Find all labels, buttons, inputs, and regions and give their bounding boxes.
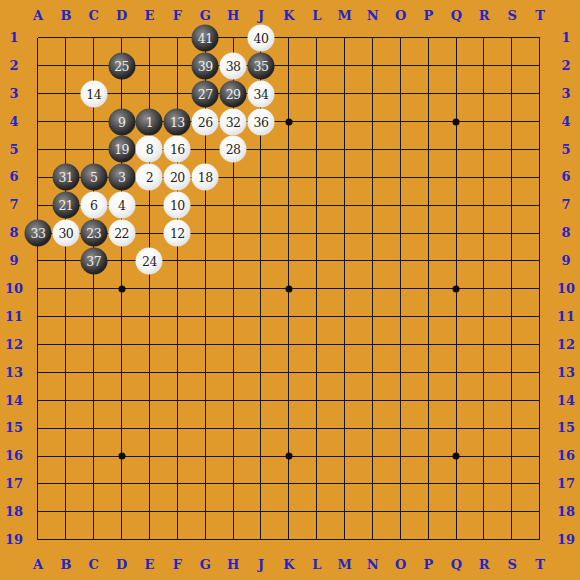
intersection-E10[interactable] bbox=[136, 275, 164, 303]
intersection-N16[interactable] bbox=[359, 442, 387, 470]
intersection-R1[interactable] bbox=[470, 24, 498, 52]
intersection-J7[interactable] bbox=[247, 191, 275, 219]
intersection-K5[interactable] bbox=[275, 136, 303, 164]
intersection-T6[interactable] bbox=[526, 163, 554, 191]
intersection-O13[interactable] bbox=[386, 359, 414, 387]
intersection-F12[interactable] bbox=[163, 331, 191, 359]
intersection-O11[interactable] bbox=[386, 303, 414, 331]
intersection-D17[interactable] bbox=[108, 470, 136, 498]
intersection-K9[interactable] bbox=[275, 247, 303, 275]
intersection-Q1[interactable] bbox=[442, 24, 470, 52]
intersection-H16[interactable] bbox=[219, 442, 247, 470]
intersection-B13[interactable] bbox=[52, 359, 80, 387]
intersection-O15[interactable] bbox=[386, 414, 414, 442]
intersection-A15[interactable] bbox=[24, 414, 52, 442]
intersection-Q9[interactable] bbox=[442, 247, 470, 275]
intersection-A3[interactable] bbox=[24, 80, 52, 108]
intersection-D18[interactable] bbox=[108, 498, 136, 526]
intersection-N9[interactable] bbox=[359, 247, 387, 275]
intersection-K14[interactable] bbox=[275, 386, 303, 414]
intersection-M12[interactable] bbox=[331, 331, 359, 359]
intersection-F1[interactable] bbox=[163, 24, 191, 52]
intersection-R11[interactable] bbox=[470, 303, 498, 331]
intersection-P16[interactable] bbox=[414, 442, 442, 470]
intersection-E3[interactable] bbox=[136, 80, 164, 108]
intersection-F18[interactable] bbox=[163, 498, 191, 526]
intersection-B10[interactable] bbox=[52, 275, 80, 303]
intersection-H8[interactable] bbox=[219, 219, 247, 247]
intersection-C4[interactable] bbox=[80, 108, 108, 136]
intersection-K13[interactable] bbox=[275, 359, 303, 387]
intersection-A13[interactable] bbox=[24, 359, 52, 387]
intersection-J1[interactable]: 40 bbox=[247, 24, 275, 52]
intersection-G17[interactable] bbox=[191, 470, 219, 498]
intersection-C7[interactable]: 6 bbox=[80, 191, 108, 219]
intersection-S6[interactable] bbox=[498, 163, 526, 191]
intersection-Q15[interactable] bbox=[442, 414, 470, 442]
intersection-G4[interactable]: 26 bbox=[191, 108, 219, 136]
intersection-Q8[interactable] bbox=[442, 219, 470, 247]
intersection-Q12[interactable] bbox=[442, 331, 470, 359]
intersection-P12[interactable] bbox=[414, 331, 442, 359]
intersection-L10[interactable] bbox=[303, 275, 331, 303]
intersection-C19[interactable] bbox=[80, 526, 108, 554]
intersection-K16[interactable] bbox=[275, 442, 303, 470]
intersection-O2[interactable] bbox=[386, 52, 414, 80]
intersection-T10[interactable] bbox=[526, 275, 554, 303]
intersection-L12[interactable] bbox=[303, 331, 331, 359]
intersection-N13[interactable] bbox=[359, 359, 387, 387]
intersection-F11[interactable] bbox=[163, 303, 191, 331]
intersection-M4[interactable] bbox=[331, 108, 359, 136]
intersection-P6[interactable] bbox=[414, 163, 442, 191]
intersection-E15[interactable] bbox=[136, 414, 164, 442]
intersection-K11[interactable] bbox=[275, 303, 303, 331]
intersection-S18[interactable] bbox=[498, 498, 526, 526]
intersection-E5[interactable]: 8 bbox=[136, 136, 164, 164]
intersection-F19[interactable] bbox=[163, 526, 191, 554]
intersection-Q4[interactable] bbox=[442, 108, 470, 136]
intersection-F5[interactable]: 16 bbox=[163, 136, 191, 164]
intersection-N5[interactable] bbox=[359, 136, 387, 164]
intersection-H17[interactable] bbox=[219, 470, 247, 498]
intersection-N8[interactable] bbox=[359, 219, 387, 247]
intersection-C8[interactable]: 23 bbox=[80, 219, 108, 247]
intersection-M3[interactable] bbox=[331, 80, 359, 108]
intersection-K7[interactable] bbox=[275, 191, 303, 219]
intersection-G14[interactable] bbox=[191, 386, 219, 414]
intersection-G7[interactable] bbox=[191, 191, 219, 219]
intersection-E8[interactable] bbox=[136, 219, 164, 247]
intersection-N1[interactable] bbox=[359, 24, 387, 52]
intersection-R18[interactable] bbox=[470, 498, 498, 526]
intersection-N18[interactable] bbox=[359, 498, 387, 526]
intersection-M10[interactable] bbox=[331, 275, 359, 303]
intersection-G19[interactable] bbox=[191, 526, 219, 554]
intersection-S4[interactable] bbox=[498, 108, 526, 136]
intersection-D15[interactable] bbox=[108, 414, 136, 442]
intersection-H13[interactable] bbox=[219, 359, 247, 387]
intersection-R9[interactable] bbox=[470, 247, 498, 275]
intersection-G10[interactable] bbox=[191, 275, 219, 303]
intersection-E18[interactable] bbox=[136, 498, 164, 526]
intersection-J11[interactable] bbox=[247, 303, 275, 331]
intersection-O7[interactable] bbox=[386, 191, 414, 219]
intersection-O1[interactable] bbox=[386, 24, 414, 52]
intersection-E9[interactable]: 24 bbox=[136, 247, 164, 275]
intersection-O10[interactable] bbox=[386, 275, 414, 303]
intersection-P11[interactable] bbox=[414, 303, 442, 331]
intersection-T16[interactable] bbox=[526, 442, 554, 470]
intersection-S14[interactable] bbox=[498, 386, 526, 414]
intersection-S16[interactable] bbox=[498, 442, 526, 470]
intersection-J16[interactable] bbox=[247, 442, 275, 470]
intersection-C5[interactable] bbox=[80, 136, 108, 164]
intersection-F16[interactable] bbox=[163, 442, 191, 470]
intersection-Q16[interactable] bbox=[442, 442, 470, 470]
intersection-K18[interactable] bbox=[275, 498, 303, 526]
intersection-R12[interactable] bbox=[470, 331, 498, 359]
intersection-J2[interactable]: 35 bbox=[247, 52, 275, 80]
intersection-H5[interactable]: 28 bbox=[219, 136, 247, 164]
intersection-F15[interactable] bbox=[163, 414, 191, 442]
intersection-L5[interactable] bbox=[303, 136, 331, 164]
intersection-J14[interactable] bbox=[247, 386, 275, 414]
intersection-C14[interactable] bbox=[80, 386, 108, 414]
intersection-O4[interactable] bbox=[386, 108, 414, 136]
intersection-D2[interactable]: 25 bbox=[108, 52, 136, 80]
intersection-C15[interactable] bbox=[80, 414, 108, 442]
intersection-B1[interactable] bbox=[52, 24, 80, 52]
intersection-F10[interactable] bbox=[163, 275, 191, 303]
intersection-L13[interactable] bbox=[303, 359, 331, 387]
intersection-H6[interactable] bbox=[219, 163, 247, 191]
intersection-G15[interactable] bbox=[191, 414, 219, 442]
intersection-K15[interactable] bbox=[275, 414, 303, 442]
intersection-H19[interactable] bbox=[219, 526, 247, 554]
intersection-K17[interactable] bbox=[275, 470, 303, 498]
intersection-S7[interactable] bbox=[498, 191, 526, 219]
intersection-N17[interactable] bbox=[359, 470, 387, 498]
intersection-D6[interactable]: 3 bbox=[108, 163, 136, 191]
intersection-T13[interactable] bbox=[526, 359, 554, 387]
intersection-P15[interactable] bbox=[414, 414, 442, 442]
intersection-A6[interactable] bbox=[24, 163, 52, 191]
intersection-E6[interactable]: 2 bbox=[136, 163, 164, 191]
intersection-B18[interactable] bbox=[52, 498, 80, 526]
intersection-Q13[interactable] bbox=[442, 359, 470, 387]
intersection-P13[interactable] bbox=[414, 359, 442, 387]
intersection-H4[interactable]: 32 bbox=[219, 108, 247, 136]
intersection-S1[interactable] bbox=[498, 24, 526, 52]
intersection-J9[interactable] bbox=[247, 247, 275, 275]
intersection-H10[interactable] bbox=[219, 275, 247, 303]
intersection-S3[interactable] bbox=[498, 80, 526, 108]
intersection-L17[interactable] bbox=[303, 470, 331, 498]
intersection-P19[interactable] bbox=[414, 526, 442, 554]
intersection-E17[interactable] bbox=[136, 470, 164, 498]
intersection-A14[interactable] bbox=[24, 386, 52, 414]
intersection-R5[interactable] bbox=[470, 136, 498, 164]
intersection-Q2[interactable] bbox=[442, 52, 470, 80]
intersection-E19[interactable] bbox=[136, 526, 164, 554]
intersection-R16[interactable] bbox=[470, 442, 498, 470]
intersection-G12[interactable] bbox=[191, 331, 219, 359]
intersection-E14[interactable] bbox=[136, 386, 164, 414]
intersection-C13[interactable] bbox=[80, 359, 108, 387]
intersection-B5[interactable] bbox=[52, 136, 80, 164]
intersection-D9[interactable] bbox=[108, 247, 136, 275]
intersection-L16[interactable] bbox=[303, 442, 331, 470]
intersection-P18[interactable] bbox=[414, 498, 442, 526]
intersection-P17[interactable] bbox=[414, 470, 442, 498]
intersection-T1[interactable] bbox=[526, 24, 554, 52]
intersection-F8[interactable]: 12 bbox=[163, 219, 191, 247]
intersection-Q11[interactable] bbox=[442, 303, 470, 331]
intersection-A18[interactable] bbox=[24, 498, 52, 526]
intersection-T15[interactable] bbox=[526, 414, 554, 442]
intersection-M13[interactable] bbox=[331, 359, 359, 387]
intersection-F9[interactable] bbox=[163, 247, 191, 275]
intersection-D19[interactable] bbox=[108, 526, 136, 554]
intersection-K3[interactable] bbox=[275, 80, 303, 108]
intersection-N15[interactable] bbox=[359, 414, 387, 442]
intersection-S17[interactable] bbox=[498, 470, 526, 498]
intersection-K2[interactable] bbox=[275, 52, 303, 80]
intersection-D1[interactable] bbox=[108, 24, 136, 52]
intersection-N12[interactable] bbox=[359, 331, 387, 359]
intersection-J13[interactable] bbox=[247, 359, 275, 387]
intersection-R7[interactable] bbox=[470, 191, 498, 219]
intersection-P4[interactable] bbox=[414, 108, 442, 136]
intersection-D11[interactable] bbox=[108, 303, 136, 331]
intersection-S13[interactable] bbox=[498, 359, 526, 387]
intersection-B19[interactable] bbox=[52, 526, 80, 554]
intersection-H9[interactable] bbox=[219, 247, 247, 275]
intersection-G11[interactable] bbox=[191, 303, 219, 331]
intersection-J15[interactable] bbox=[247, 414, 275, 442]
intersection-T7[interactable] bbox=[526, 191, 554, 219]
intersection-B9[interactable] bbox=[52, 247, 80, 275]
intersection-L6[interactable] bbox=[303, 163, 331, 191]
intersection-O9[interactable] bbox=[386, 247, 414, 275]
intersection-P14[interactable] bbox=[414, 386, 442, 414]
intersection-D5[interactable]: 19 bbox=[108, 136, 136, 164]
intersection-B16[interactable] bbox=[52, 442, 80, 470]
intersection-D16[interactable] bbox=[108, 442, 136, 470]
intersection-F2[interactable] bbox=[163, 52, 191, 80]
intersection-B8[interactable]: 30 bbox=[52, 219, 80, 247]
intersection-B12[interactable] bbox=[52, 331, 80, 359]
intersection-R2[interactable] bbox=[470, 52, 498, 80]
intersection-N11[interactable] bbox=[359, 303, 387, 331]
intersection-R15[interactable] bbox=[470, 414, 498, 442]
intersection-Q7[interactable] bbox=[442, 191, 470, 219]
intersection-J18[interactable] bbox=[247, 498, 275, 526]
intersection-K4[interactable] bbox=[275, 108, 303, 136]
intersection-T5[interactable] bbox=[526, 136, 554, 164]
intersection-N2[interactable] bbox=[359, 52, 387, 80]
intersection-M17[interactable] bbox=[331, 470, 359, 498]
intersection-B14[interactable] bbox=[52, 386, 80, 414]
intersection-R4[interactable] bbox=[470, 108, 498, 136]
intersection-J8[interactable] bbox=[247, 219, 275, 247]
intersection-K1[interactable] bbox=[275, 24, 303, 52]
intersection-G6[interactable]: 18 bbox=[191, 163, 219, 191]
intersection-N3[interactable] bbox=[359, 80, 387, 108]
intersection-T17[interactable] bbox=[526, 470, 554, 498]
intersection-F17[interactable] bbox=[163, 470, 191, 498]
intersection-G13[interactable] bbox=[191, 359, 219, 387]
intersection-M2[interactable] bbox=[331, 52, 359, 80]
intersection-O12[interactable] bbox=[386, 331, 414, 359]
intersection-D12[interactable] bbox=[108, 331, 136, 359]
intersection-C6[interactable]: 5 bbox=[80, 163, 108, 191]
intersection-T8[interactable] bbox=[526, 219, 554, 247]
intersection-M18[interactable] bbox=[331, 498, 359, 526]
intersection-M11[interactable] bbox=[331, 303, 359, 331]
intersection-K6[interactable] bbox=[275, 163, 303, 191]
intersection-M15[interactable] bbox=[331, 414, 359, 442]
intersection-C10[interactable] bbox=[80, 275, 108, 303]
intersection-T2[interactable] bbox=[526, 52, 554, 80]
intersection-L11[interactable] bbox=[303, 303, 331, 331]
intersection-S12[interactable] bbox=[498, 331, 526, 359]
intersection-B2[interactable] bbox=[52, 52, 80, 80]
intersection-A5[interactable] bbox=[24, 136, 52, 164]
intersection-B3[interactable] bbox=[52, 80, 80, 108]
intersection-C2[interactable] bbox=[80, 52, 108, 80]
intersection-G9[interactable] bbox=[191, 247, 219, 275]
intersection-R17[interactable] bbox=[470, 470, 498, 498]
intersection-P2[interactable] bbox=[414, 52, 442, 80]
intersection-O3[interactable] bbox=[386, 80, 414, 108]
intersection-H1[interactable] bbox=[219, 24, 247, 52]
intersection-A17[interactable] bbox=[24, 470, 52, 498]
intersection-K19[interactable] bbox=[275, 526, 303, 554]
intersection-J10[interactable] bbox=[247, 275, 275, 303]
intersection-A12[interactable] bbox=[24, 331, 52, 359]
intersection-G8[interactable] bbox=[191, 219, 219, 247]
intersection-A9[interactable] bbox=[24, 247, 52, 275]
intersection-H14[interactable] bbox=[219, 386, 247, 414]
intersection-S11[interactable] bbox=[498, 303, 526, 331]
intersection-L15[interactable] bbox=[303, 414, 331, 442]
intersection-T18[interactable] bbox=[526, 498, 554, 526]
intersection-T14[interactable] bbox=[526, 386, 554, 414]
intersection-F14[interactable] bbox=[163, 386, 191, 414]
intersection-D13[interactable] bbox=[108, 359, 136, 387]
intersection-T11[interactable] bbox=[526, 303, 554, 331]
intersection-D7[interactable]: 4 bbox=[108, 191, 136, 219]
intersection-L9[interactable] bbox=[303, 247, 331, 275]
intersection-Q3[interactable] bbox=[442, 80, 470, 108]
intersection-S8[interactable] bbox=[498, 219, 526, 247]
intersection-S2[interactable] bbox=[498, 52, 526, 80]
intersection-Q18[interactable] bbox=[442, 498, 470, 526]
intersection-D14[interactable] bbox=[108, 386, 136, 414]
intersection-M1[interactable] bbox=[331, 24, 359, 52]
intersection-N6[interactable] bbox=[359, 163, 387, 191]
intersection-A2[interactable] bbox=[24, 52, 52, 80]
intersection-G1[interactable]: 41 bbox=[191, 24, 219, 52]
intersection-S5[interactable] bbox=[498, 136, 526, 164]
intersection-Q14[interactable] bbox=[442, 386, 470, 414]
intersection-L18[interactable] bbox=[303, 498, 331, 526]
intersection-N10[interactable] bbox=[359, 275, 387, 303]
intersection-Q6[interactable] bbox=[442, 163, 470, 191]
intersection-L14[interactable] bbox=[303, 386, 331, 414]
intersection-P8[interactable] bbox=[414, 219, 442, 247]
intersection-E16[interactable] bbox=[136, 442, 164, 470]
intersection-E2[interactable] bbox=[136, 52, 164, 80]
intersection-L19[interactable] bbox=[303, 526, 331, 554]
intersection-C3[interactable]: 14 bbox=[80, 80, 108, 108]
intersection-T19[interactable] bbox=[526, 526, 554, 554]
intersection-H18[interactable] bbox=[219, 498, 247, 526]
intersection-K10[interactable] bbox=[275, 275, 303, 303]
intersection-E13[interactable] bbox=[136, 359, 164, 387]
intersection-B11[interactable] bbox=[52, 303, 80, 331]
intersection-E1[interactable] bbox=[136, 24, 164, 52]
intersection-D4[interactable]: 9 bbox=[108, 108, 136, 136]
intersection-M14[interactable] bbox=[331, 386, 359, 414]
intersection-Q5[interactable] bbox=[442, 136, 470, 164]
intersection-O16[interactable] bbox=[386, 442, 414, 470]
intersection-S15[interactable] bbox=[498, 414, 526, 442]
intersection-Q10[interactable] bbox=[442, 275, 470, 303]
intersection-T3[interactable] bbox=[526, 80, 554, 108]
intersection-H3[interactable]: 29 bbox=[219, 80, 247, 108]
intersection-M8[interactable] bbox=[331, 219, 359, 247]
intersection-B6[interactable]: 31 bbox=[52, 163, 80, 191]
intersection-E12[interactable] bbox=[136, 331, 164, 359]
intersection-J17[interactable] bbox=[247, 470, 275, 498]
intersection-E11[interactable] bbox=[136, 303, 164, 331]
intersection-L8[interactable] bbox=[303, 219, 331, 247]
intersection-B15[interactable] bbox=[52, 414, 80, 442]
intersection-H11[interactable] bbox=[219, 303, 247, 331]
intersection-O18[interactable] bbox=[386, 498, 414, 526]
intersection-O17[interactable] bbox=[386, 470, 414, 498]
intersection-M9[interactable] bbox=[331, 247, 359, 275]
intersection-H15[interactable] bbox=[219, 414, 247, 442]
intersection-O19[interactable] bbox=[386, 526, 414, 554]
intersection-G16[interactable] bbox=[191, 442, 219, 470]
intersection-N7[interactable] bbox=[359, 191, 387, 219]
intersection-B4[interactable] bbox=[52, 108, 80, 136]
intersection-C11[interactable] bbox=[80, 303, 108, 331]
intersection-A8[interactable]: 33 bbox=[24, 219, 52, 247]
intersection-L1[interactable] bbox=[303, 24, 331, 52]
intersection-M19[interactable] bbox=[331, 526, 359, 554]
intersection-M16[interactable] bbox=[331, 442, 359, 470]
intersection-B7[interactable]: 21 bbox=[52, 191, 80, 219]
intersection-C1[interactable] bbox=[80, 24, 108, 52]
intersection-L7[interactable] bbox=[303, 191, 331, 219]
intersection-K8[interactable] bbox=[275, 219, 303, 247]
intersection-F13[interactable] bbox=[163, 359, 191, 387]
intersection-J3[interactable]: 34 bbox=[247, 80, 275, 108]
intersection-L4[interactable] bbox=[303, 108, 331, 136]
intersection-H2[interactable]: 38 bbox=[219, 52, 247, 80]
intersection-C9[interactable]: 37 bbox=[80, 247, 108, 275]
intersection-A7[interactable] bbox=[24, 191, 52, 219]
intersection-J5[interactable] bbox=[247, 136, 275, 164]
intersection-J12[interactable] bbox=[247, 331, 275, 359]
intersection-E7[interactable] bbox=[136, 191, 164, 219]
intersection-F3[interactable] bbox=[163, 80, 191, 108]
